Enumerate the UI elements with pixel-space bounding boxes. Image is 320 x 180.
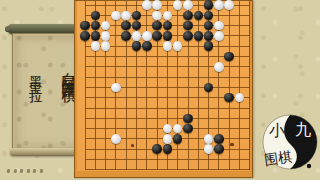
white-stone xyxy=(163,41,173,51)
black-stone xyxy=(183,114,193,124)
white-stone xyxy=(121,11,131,21)
black-stone xyxy=(224,52,234,62)
black-stone xyxy=(183,21,193,31)
black-stone xyxy=(152,21,162,31)
black-stone xyxy=(173,134,183,144)
watermark-mark xyxy=(7,169,11,173)
move-marker-dot xyxy=(131,144,134,147)
black-stone xyxy=(183,11,193,21)
white-stone xyxy=(224,0,234,10)
white-stone xyxy=(163,11,173,21)
grid-hline xyxy=(85,108,250,109)
black-stone xyxy=(132,41,142,51)
grid-hline xyxy=(85,87,250,88)
logo-char-jiu: 九 xyxy=(295,120,311,139)
black-stone xyxy=(80,21,90,31)
white-stone xyxy=(152,0,162,10)
black-stone xyxy=(163,31,173,41)
video-thumbnail: { "game": "go", "players": { "white": { … xyxy=(0,0,320,180)
white-stone xyxy=(91,41,101,51)
black-stone xyxy=(204,21,214,31)
white-stone xyxy=(214,0,224,10)
go-board xyxy=(74,0,253,178)
black-stone xyxy=(121,21,131,31)
grid-vline xyxy=(177,1,178,170)
grid-hline xyxy=(85,66,250,67)
black-stone xyxy=(204,41,214,51)
white-stone xyxy=(111,134,121,144)
brand-logo: 小 九 围棋 xyxy=(257,109,320,177)
white-stone xyxy=(214,62,224,72)
grid-vline xyxy=(198,1,199,170)
watermark-mark xyxy=(20,169,24,173)
black-stone xyxy=(194,31,204,41)
black-stone xyxy=(214,144,224,154)
watermark-marks xyxy=(7,169,43,174)
black-player-name-column: 黑里拉 xyxy=(29,66,42,87)
white-stone xyxy=(163,134,173,144)
grid-hline xyxy=(85,159,250,160)
go-board-surface xyxy=(77,1,249,171)
black-stone xyxy=(91,11,101,21)
black-stone xyxy=(204,83,214,93)
black-stone xyxy=(183,31,193,41)
white-stone xyxy=(214,31,224,41)
white-stone xyxy=(204,134,214,144)
grid-vline xyxy=(239,1,240,170)
black-stone xyxy=(142,41,152,51)
white-stone xyxy=(111,83,121,93)
white-stone xyxy=(204,144,214,154)
white-stone xyxy=(101,41,111,51)
black-stone xyxy=(152,31,162,41)
white-stone xyxy=(101,21,111,31)
black-stone xyxy=(91,21,101,31)
white-stone xyxy=(235,93,245,103)
white-stone xyxy=(173,124,183,134)
white-stone xyxy=(152,11,162,21)
logo-char-xiao: 小 xyxy=(269,121,285,140)
black-stone xyxy=(80,31,90,41)
white-stone xyxy=(214,21,224,31)
watermark-mark xyxy=(26,169,30,173)
watermark-mark xyxy=(13,169,17,173)
logo-dot xyxy=(307,164,311,168)
grid-hline xyxy=(85,169,250,170)
black-stone xyxy=(132,21,142,31)
watermark-mark xyxy=(39,169,43,173)
white-stone xyxy=(111,11,121,21)
yinyang-icon: 小 九 围棋 xyxy=(257,109,320,177)
black-stone xyxy=(224,93,234,103)
grid-hline xyxy=(85,77,250,78)
black-stone xyxy=(214,134,224,144)
black-stone xyxy=(91,31,101,41)
white-stone xyxy=(173,41,183,51)
black-stone xyxy=(194,11,204,21)
white-stone xyxy=(101,31,111,41)
white-stone xyxy=(142,31,152,41)
roller-knob-left xyxy=(5,26,11,32)
white-stone xyxy=(163,124,173,134)
black-stone xyxy=(183,124,193,134)
white-stone xyxy=(132,31,142,41)
move-marker-dot xyxy=(230,143,233,146)
black-stone xyxy=(152,144,162,154)
grid-vline xyxy=(146,1,147,170)
black-stone xyxy=(163,21,173,31)
white-stone xyxy=(173,0,183,10)
black-stone xyxy=(204,0,214,10)
grid-vline xyxy=(249,1,250,170)
grid-hline xyxy=(85,118,250,119)
black-stone xyxy=(132,11,142,21)
black-stone xyxy=(121,31,131,41)
watermark-mark xyxy=(33,169,37,173)
white-stone xyxy=(183,0,193,10)
black-stone xyxy=(204,31,214,41)
black-stone xyxy=(204,11,214,21)
white-stone xyxy=(142,0,152,10)
black-stone xyxy=(163,144,173,154)
